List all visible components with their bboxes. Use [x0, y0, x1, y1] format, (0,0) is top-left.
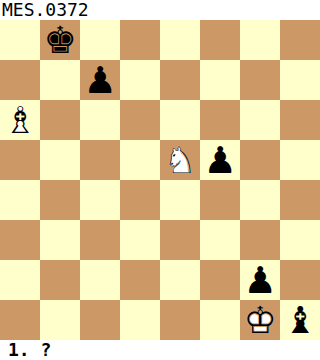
square-a6[interactable]: ♝♗ [0, 100, 40, 140]
square-b3[interactable] [40, 220, 80, 260]
square-b8[interactable]: ♚ [40, 20, 80, 60]
square-a7[interactable] [0, 60, 40, 100]
square-d7[interactable] [120, 60, 160, 100]
square-e6[interactable] [160, 100, 200, 140]
square-c6[interactable] [80, 100, 120, 140]
square-a2[interactable] [0, 260, 40, 300]
square-g1[interactable]: ♚♔ [240, 300, 280, 340]
square-f7[interactable] [200, 60, 240, 100]
square-d6[interactable] [120, 100, 160, 140]
piece-black-pawn: ♟ [240, 260, 280, 300]
square-h1[interactable]: ♝ [280, 300, 320, 340]
square-a1[interactable] [0, 300, 40, 340]
square-f8[interactable] [200, 20, 240, 60]
square-e7[interactable] [160, 60, 200, 100]
square-f2[interactable] [200, 260, 240, 300]
square-f4[interactable] [200, 180, 240, 220]
square-b5[interactable] [40, 140, 80, 180]
square-c2[interactable] [80, 260, 120, 300]
piece-white-bishop: ♝♗ [0, 100, 40, 140]
square-d3[interactable] [120, 220, 160, 260]
square-d1[interactable] [120, 300, 160, 340]
square-c3[interactable] [80, 220, 120, 260]
white-bishop-outline: ♗ [0, 100, 40, 140]
square-d5[interactable] [120, 140, 160, 180]
piece-black-bishop: ♝ [280, 300, 320, 340]
square-f5[interactable]: ♟ [200, 140, 240, 180]
square-b2[interactable] [40, 260, 80, 300]
square-a8[interactable] [0, 20, 40, 60]
square-c4[interactable] [80, 180, 120, 220]
square-g3[interactable] [240, 220, 280, 260]
square-e3[interactable] [160, 220, 200, 260]
square-g6[interactable] [240, 100, 280, 140]
square-d8[interactable] [120, 20, 160, 60]
piece-white-knight: ♞♘ [160, 140, 200, 180]
square-g4[interactable] [240, 180, 280, 220]
square-g5[interactable] [240, 140, 280, 180]
black-pawn-glyph: ♟ [80, 60, 120, 100]
square-f3[interactable] [200, 220, 240, 260]
square-e5[interactable]: ♞♘ [160, 140, 200, 180]
square-g7[interactable] [240, 60, 280, 100]
square-g2[interactable]: ♟ [240, 260, 280, 300]
square-b7[interactable] [40, 60, 80, 100]
piece-black-king: ♚ [40, 20, 80, 60]
black-king-glyph: ♚ [40, 20, 80, 60]
square-g8[interactable] [240, 20, 280, 60]
black-pawn-glyph: ♟ [200, 140, 240, 180]
black-bishop-glyph: ♝ [280, 300, 320, 340]
square-c8[interactable] [80, 20, 120, 60]
white-king-outline: ♔ [240, 300, 280, 340]
square-a5[interactable] [0, 140, 40, 180]
square-a4[interactable] [0, 180, 40, 220]
move-prompt: 1. ? [0, 340, 320, 360]
square-b6[interactable] [40, 100, 80, 140]
piece-black-pawn: ♟ [80, 60, 120, 100]
square-d4[interactable] [120, 180, 160, 220]
chess-board: ♚♟♝♗♞♘♟♟♚♔♝ [0, 20, 320, 340]
square-c5[interactable] [80, 140, 120, 180]
square-b4[interactable] [40, 180, 80, 220]
square-h3[interactable] [280, 220, 320, 260]
black-pawn-glyph: ♟ [240, 260, 280, 300]
puzzle-title: MES.0372 [0, 0, 320, 20]
square-h6[interactable] [280, 100, 320, 140]
square-e2[interactable] [160, 260, 200, 300]
chess-puzzle-app: MES.0372 ♚♟♝♗♞♘♟♟♚♔♝ 1. ? [0, 0, 320, 360]
square-a3[interactable] [0, 220, 40, 260]
square-e4[interactable] [160, 180, 200, 220]
square-f1[interactable] [200, 300, 240, 340]
square-b1[interactable] [40, 300, 80, 340]
square-h2[interactable] [280, 260, 320, 300]
square-h7[interactable] [280, 60, 320, 100]
square-c1[interactable] [80, 300, 120, 340]
piece-black-pawn: ♟ [200, 140, 240, 180]
square-h5[interactable] [280, 140, 320, 180]
square-f6[interactable] [200, 100, 240, 140]
square-h8[interactable] [280, 20, 320, 60]
square-h4[interactable] [280, 180, 320, 220]
square-e8[interactable] [160, 20, 200, 60]
square-e1[interactable] [160, 300, 200, 340]
white-knight-outline: ♘ [160, 140, 200, 180]
square-d2[interactable] [120, 260, 160, 300]
piece-white-king: ♚♔ [240, 300, 280, 340]
square-c7[interactable]: ♟ [80, 60, 120, 100]
